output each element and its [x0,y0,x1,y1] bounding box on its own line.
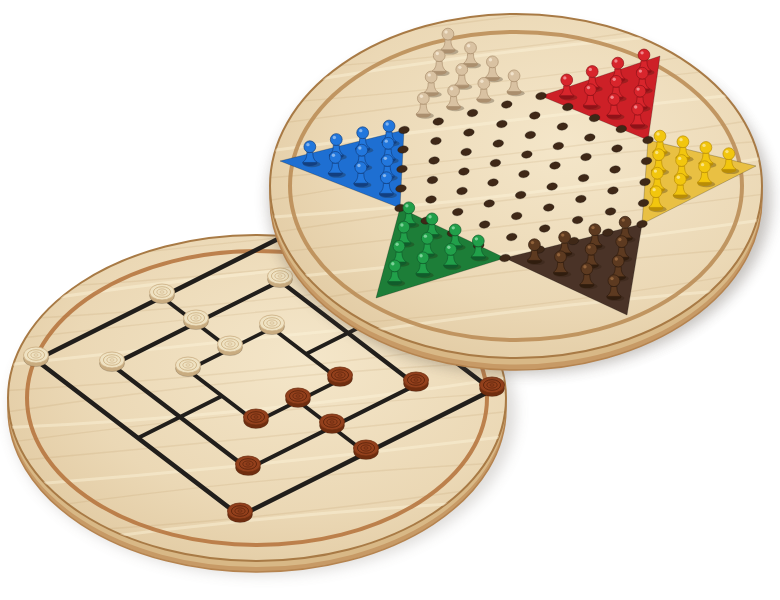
product-photo [0,0,780,600]
game-set-illustration [0,0,780,600]
morris-piece-light-d6[interactable] [184,310,209,330]
morris-piece-dark-d2[interactable] [320,414,345,434]
morris-piece-light-c5[interactable] [176,357,201,377]
morris-piece-dark-g1[interactable] [480,377,505,397]
morris-piece-dark-c3[interactable] [244,409,269,429]
checkers-board [270,0,772,372]
morris-piece-light-f6[interactable] [268,268,293,288]
morris-piece-light-b6[interactable] [100,352,125,372]
morris-piece-dark-d1[interactable] [354,440,379,460]
morris-piece-dark-a1[interactable] [228,503,253,523]
morris-piece-light-d7[interactable] [150,284,175,304]
morris-piece-light-a7[interactable] [24,347,49,367]
morris-piece-dark-e3[interactable] [328,367,353,387]
morris-piece-light-d5[interactable] [218,336,243,356]
morris-piece-dark-b2[interactable] [236,456,261,476]
morris-piece-light-e5[interactable] [260,315,285,335]
morris-piece-dark-d3[interactable] [286,388,311,408]
morris-piece-dark-f2[interactable] [404,372,429,392]
